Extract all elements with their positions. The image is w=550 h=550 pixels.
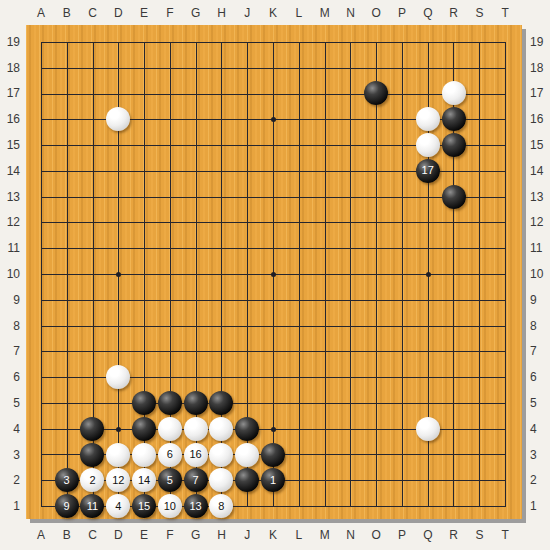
intersection-S2[interactable] (466, 467, 492, 493)
intersection-E16[interactable] (131, 106, 157, 132)
intersection-A10[interactable] (28, 261, 54, 287)
intersection-P3[interactable] (389, 442, 415, 468)
intersection-M19[interactable] (312, 29, 338, 55)
intersection-N5[interactable] (337, 390, 363, 416)
intersection-E17[interactable] (131, 81, 157, 107)
intersection-M15[interactable] (312, 132, 338, 158)
intersection-E15[interactable] (131, 132, 157, 158)
intersection-H18[interactable] (209, 55, 235, 81)
intersection-H13[interactable] (209, 184, 235, 210)
intersection-K19[interactable] (260, 29, 286, 55)
intersection-F15[interactable] (157, 132, 183, 158)
intersection-K4[interactable] (260, 416, 286, 442)
intersection-D13[interactable] (105, 184, 131, 210)
intersection-L14[interactable] (286, 158, 312, 184)
intersection-G13[interactable] (183, 184, 209, 210)
intersection-Q12[interactable] (415, 210, 441, 236)
intersection-G10[interactable] (183, 261, 209, 287)
intersection-R19[interactable] (441, 29, 467, 55)
intersection-C15[interactable] (80, 132, 106, 158)
intersection-O19[interactable] (363, 29, 389, 55)
intersection-R14[interactable] (441, 158, 467, 184)
intersection-Q3[interactable] (415, 442, 441, 468)
intersection-L4[interactable] (286, 416, 312, 442)
intersection-P7[interactable] (389, 338, 415, 364)
intersection-A5[interactable] (28, 390, 54, 416)
intersection-F18[interactable] (157, 55, 183, 81)
intersection-L7[interactable] (286, 338, 312, 364)
intersection-J19[interactable] (234, 29, 260, 55)
intersection-N14[interactable] (337, 158, 363, 184)
intersection-J15[interactable] (234, 132, 260, 158)
intersection-L5[interactable] (286, 390, 312, 416)
intersection-P5[interactable] (389, 390, 415, 416)
intersection-J12[interactable] (234, 210, 260, 236)
intersection-R13[interactable] (441, 184, 467, 210)
intersection-B5[interactable] (54, 390, 80, 416)
intersection-N17[interactable] (337, 81, 363, 107)
intersection-T14[interactable] (492, 158, 518, 184)
intersection-R3[interactable] (441, 442, 467, 468)
intersection-J11[interactable] (234, 235, 260, 261)
intersection-R12[interactable] (441, 210, 467, 236)
intersection-S19[interactable] (466, 29, 492, 55)
intersection-A17[interactable] (28, 81, 54, 107)
intersection-G6[interactable] (183, 364, 209, 390)
intersection-K17[interactable] (260, 81, 286, 107)
intersection-H8[interactable] (209, 313, 235, 339)
intersection-R17[interactable] (441, 81, 467, 107)
intersection-S17[interactable] (466, 81, 492, 107)
intersection-T18[interactable] (492, 55, 518, 81)
intersection-G4[interactable] (183, 416, 209, 442)
intersection-J16[interactable] (234, 106, 260, 132)
intersection-B8[interactable] (54, 313, 80, 339)
intersection-F19[interactable] (157, 29, 183, 55)
intersection-P16[interactable] (389, 106, 415, 132)
intersection-D16[interactable] (105, 106, 131, 132)
intersection-T2[interactable] (492, 467, 518, 493)
intersection-J3[interactable] (234, 442, 260, 468)
intersection-R18[interactable] (441, 55, 467, 81)
intersection-L16[interactable] (286, 106, 312, 132)
intersection-R15[interactable] (441, 132, 467, 158)
intersection-B18[interactable] (54, 55, 80, 81)
intersection-B2[interactable]: 3 (54, 467, 80, 493)
intersection-D3[interactable] (105, 442, 131, 468)
intersection-E4[interactable] (131, 416, 157, 442)
intersection-E8[interactable] (131, 313, 157, 339)
intersection-A4[interactable] (28, 416, 54, 442)
intersection-G17[interactable] (183, 81, 209, 107)
intersection-C16[interactable] (80, 106, 106, 132)
intersection-K18[interactable] (260, 55, 286, 81)
intersection-N11[interactable] (337, 235, 363, 261)
intersection-C13[interactable] (80, 184, 106, 210)
intersection-S4[interactable] (466, 416, 492, 442)
intersection-O10[interactable] (363, 261, 389, 287)
intersection-T10[interactable] (492, 261, 518, 287)
intersection-D8[interactable] (105, 313, 131, 339)
intersection-H17[interactable] (209, 81, 235, 107)
intersection-T6[interactable] (492, 364, 518, 390)
intersection-J17[interactable] (234, 81, 260, 107)
intersection-P15[interactable] (389, 132, 415, 158)
intersection-J5[interactable] (234, 390, 260, 416)
intersection-T7[interactable] (492, 338, 518, 364)
intersection-A12[interactable] (28, 210, 54, 236)
intersection-B9[interactable] (54, 287, 80, 313)
intersection-B16[interactable] (54, 106, 80, 132)
intersection-O9[interactable] (363, 287, 389, 313)
intersection-P10[interactable] (389, 261, 415, 287)
intersection-B15[interactable] (54, 132, 80, 158)
intersection-H15[interactable] (209, 132, 235, 158)
intersection-R8[interactable] (441, 313, 467, 339)
intersection-K13[interactable] (260, 184, 286, 210)
intersection-K12[interactable] (260, 210, 286, 236)
intersection-D10[interactable] (105, 261, 131, 287)
intersection-J6[interactable] (234, 364, 260, 390)
intersection-J9[interactable] (234, 287, 260, 313)
intersection-E11[interactable] (131, 235, 157, 261)
intersection-T4[interactable] (492, 416, 518, 442)
intersection-R2[interactable] (441, 467, 467, 493)
intersection-A9[interactable] (28, 287, 54, 313)
intersection-J4[interactable] (234, 416, 260, 442)
intersection-P18[interactable] (389, 55, 415, 81)
intersection-B17[interactable] (54, 81, 80, 107)
intersection-P6[interactable] (389, 364, 415, 390)
intersection-A1[interactable] (28, 493, 54, 519)
intersection-L10[interactable] (286, 261, 312, 287)
intersection-M10[interactable] (312, 261, 338, 287)
intersection-G15[interactable] (183, 132, 209, 158)
intersection-J10[interactable] (234, 261, 260, 287)
intersection-Q16[interactable] (415, 106, 441, 132)
intersection-G7[interactable] (183, 338, 209, 364)
intersection-Q13[interactable] (415, 184, 441, 210)
intersection-S13[interactable] (466, 184, 492, 210)
intersection-N19[interactable] (337, 29, 363, 55)
intersection-Q1[interactable] (415, 493, 441, 519)
intersection-A13[interactable] (28, 184, 54, 210)
intersection-N7[interactable] (337, 338, 363, 364)
intersection-L12[interactable] (286, 210, 312, 236)
intersection-S18[interactable] (466, 55, 492, 81)
intersection-G2[interactable]: 7 (183, 467, 209, 493)
intersection-F7[interactable] (157, 338, 183, 364)
intersection-O4[interactable] (363, 416, 389, 442)
intersection-H6[interactable] (209, 364, 235, 390)
intersection-N13[interactable] (337, 184, 363, 210)
intersection-E1[interactable]: 15 (131, 493, 157, 519)
intersection-D4[interactable] (105, 416, 131, 442)
intersection-M5[interactable] (312, 390, 338, 416)
intersection-Q6[interactable] (415, 364, 441, 390)
intersection-R4[interactable] (441, 416, 467, 442)
intersection-L9[interactable] (286, 287, 312, 313)
intersection-A3[interactable] (28, 442, 54, 468)
intersection-H2[interactable] (209, 467, 235, 493)
intersection-S8[interactable] (466, 313, 492, 339)
intersection-S10[interactable] (466, 261, 492, 287)
intersection-P9[interactable] (389, 287, 415, 313)
intersection-J18[interactable] (234, 55, 260, 81)
intersection-G11[interactable] (183, 235, 209, 261)
intersection-N15[interactable] (337, 132, 363, 158)
intersection-S6[interactable] (466, 364, 492, 390)
intersection-F16[interactable] (157, 106, 183, 132)
intersection-K3[interactable] (260, 442, 286, 468)
intersection-D14[interactable] (105, 158, 131, 184)
intersection-A2[interactable] (28, 467, 54, 493)
intersection-A18[interactable] (28, 55, 54, 81)
intersection-G16[interactable] (183, 106, 209, 132)
intersection-F11[interactable] (157, 235, 183, 261)
intersection-C9[interactable] (80, 287, 106, 313)
intersection-T19[interactable] (492, 29, 518, 55)
intersection-R5[interactable] (441, 390, 467, 416)
intersection-A6[interactable] (28, 364, 54, 390)
intersection-N18[interactable] (337, 55, 363, 81)
intersection-O1[interactable] (363, 493, 389, 519)
intersection-O16[interactable] (363, 106, 389, 132)
intersection-C6[interactable] (80, 364, 106, 390)
intersection-M18[interactable] (312, 55, 338, 81)
intersection-K15[interactable] (260, 132, 286, 158)
intersection-G9[interactable] (183, 287, 209, 313)
intersection-J13[interactable] (234, 184, 260, 210)
intersection-R11[interactable] (441, 235, 467, 261)
intersection-F8[interactable] (157, 313, 183, 339)
intersection-C18[interactable] (80, 55, 106, 81)
intersection-T3[interactable] (492, 442, 518, 468)
intersection-N10[interactable] (337, 261, 363, 287)
intersection-Q17[interactable] (415, 81, 441, 107)
intersection-R9[interactable] (441, 287, 467, 313)
intersection-P14[interactable] (389, 158, 415, 184)
intersection-C8[interactable] (80, 313, 106, 339)
intersection-E10[interactable] (131, 261, 157, 287)
intersection-J8[interactable] (234, 313, 260, 339)
intersection-G14[interactable] (183, 158, 209, 184)
intersection-R7[interactable] (441, 338, 467, 364)
intersection-D6[interactable] (105, 364, 131, 390)
intersection-A19[interactable] (28, 29, 54, 55)
intersection-L13[interactable] (286, 184, 312, 210)
intersection-H4[interactable] (209, 416, 235, 442)
intersection-F9[interactable] (157, 287, 183, 313)
intersection-D2[interactable]: 12 (105, 467, 131, 493)
intersection-M2[interactable] (312, 467, 338, 493)
intersection-T9[interactable] (492, 287, 518, 313)
intersection-F14[interactable] (157, 158, 183, 184)
intersection-B6[interactable] (54, 364, 80, 390)
intersection-L1[interactable] (286, 493, 312, 519)
intersection-M3[interactable] (312, 442, 338, 468)
intersection-P17[interactable] (389, 81, 415, 107)
intersection-H9[interactable] (209, 287, 235, 313)
intersection-O5[interactable] (363, 390, 389, 416)
intersection-Q4[interactable] (415, 416, 441, 442)
intersection-F1[interactable]: 10 (157, 493, 183, 519)
intersection-M8[interactable] (312, 313, 338, 339)
intersection-T5[interactable] (492, 390, 518, 416)
intersection-Q8[interactable] (415, 313, 441, 339)
intersection-J14[interactable] (234, 158, 260, 184)
intersection-N4[interactable] (337, 416, 363, 442)
intersection-A16[interactable] (28, 106, 54, 132)
intersection-O18[interactable] (363, 55, 389, 81)
intersection-G18[interactable] (183, 55, 209, 81)
intersection-R16[interactable] (441, 106, 467, 132)
intersection-Q18[interactable] (415, 55, 441, 81)
intersection-H11[interactable] (209, 235, 235, 261)
intersection-O11[interactable] (363, 235, 389, 261)
intersection-G3[interactable]: 16 (183, 442, 209, 468)
intersection-C12[interactable] (80, 210, 106, 236)
intersection-K10[interactable] (260, 261, 286, 287)
intersection-A11[interactable] (28, 235, 54, 261)
intersection-K1[interactable] (260, 493, 286, 519)
intersection-M6[interactable] (312, 364, 338, 390)
intersection-R6[interactable] (441, 364, 467, 390)
intersection-P1[interactable] (389, 493, 415, 519)
intersection-T12[interactable] (492, 210, 518, 236)
intersection-T8[interactable] (492, 313, 518, 339)
intersection-M13[interactable] (312, 184, 338, 210)
intersection-P2[interactable] (389, 467, 415, 493)
intersection-T1[interactable] (492, 493, 518, 519)
intersection-M9[interactable] (312, 287, 338, 313)
intersection-M16[interactable] (312, 106, 338, 132)
intersection-T16[interactable] (492, 106, 518, 132)
intersection-T15[interactable] (492, 132, 518, 158)
intersection-S12[interactable] (466, 210, 492, 236)
intersection-M4[interactable] (312, 416, 338, 442)
intersection-K2[interactable]: 1 (260, 467, 286, 493)
intersection-D18[interactable] (105, 55, 131, 81)
intersection-T13[interactable] (492, 184, 518, 210)
intersection-H14[interactable] (209, 158, 235, 184)
intersection-G19[interactable] (183, 29, 209, 55)
intersection-O3[interactable] (363, 442, 389, 468)
intersection-E5[interactable] (131, 390, 157, 416)
intersection-F17[interactable] (157, 81, 183, 107)
intersection-S14[interactable] (466, 158, 492, 184)
intersection-G5[interactable] (183, 390, 209, 416)
intersection-D5[interactable] (105, 390, 131, 416)
intersection-P11[interactable] (389, 235, 415, 261)
intersection-O12[interactable] (363, 210, 389, 236)
intersection-D11[interactable] (105, 235, 131, 261)
intersection-F12[interactable] (157, 210, 183, 236)
intersection-A7[interactable] (28, 338, 54, 364)
intersection-J2[interactable] (234, 467, 260, 493)
intersection-Q19[interactable] (415, 29, 441, 55)
intersection-G1[interactable]: 13 (183, 493, 209, 519)
intersection-H7[interactable] (209, 338, 235, 364)
intersection-R1[interactable] (441, 493, 467, 519)
intersection-B14[interactable] (54, 158, 80, 184)
intersection-D1[interactable]: 4 (105, 493, 131, 519)
intersection-C17[interactable] (80, 81, 106, 107)
intersection-P19[interactable] (389, 29, 415, 55)
intersection-B3[interactable] (54, 442, 80, 468)
intersection-D15[interactable] (105, 132, 131, 158)
intersection-F6[interactable] (157, 364, 183, 390)
intersection-S9[interactable] (466, 287, 492, 313)
intersection-C1[interactable]: 11 (80, 493, 106, 519)
intersection-B7[interactable] (54, 338, 80, 364)
intersection-B19[interactable] (54, 29, 80, 55)
intersection-D19[interactable] (105, 29, 131, 55)
intersection-C11[interactable] (80, 235, 106, 261)
intersection-S11[interactable] (466, 235, 492, 261)
intersection-E19[interactable] (131, 29, 157, 55)
intersection-K9[interactable] (260, 287, 286, 313)
intersection-Q14[interactable]: 17 (415, 158, 441, 184)
intersection-Q2[interactable] (415, 467, 441, 493)
intersection-F10[interactable] (157, 261, 183, 287)
intersection-E7[interactable] (131, 338, 157, 364)
intersection-N1[interactable] (337, 493, 363, 519)
intersection-R10[interactable] (441, 261, 467, 287)
intersection-L3[interactable] (286, 442, 312, 468)
intersection-O15[interactable] (363, 132, 389, 158)
intersection-P13[interactable] (389, 184, 415, 210)
intersection-C14[interactable] (80, 158, 106, 184)
intersection-H1[interactable]: 8 (209, 493, 235, 519)
intersection-L8[interactable] (286, 313, 312, 339)
intersection-K7[interactable] (260, 338, 286, 364)
intersection-N12[interactable] (337, 210, 363, 236)
intersection-O7[interactable] (363, 338, 389, 364)
intersection-E13[interactable] (131, 184, 157, 210)
intersection-N16[interactable] (337, 106, 363, 132)
intersection-O2[interactable] (363, 467, 389, 493)
intersection-H19[interactable] (209, 29, 235, 55)
intersection-A14[interactable] (28, 158, 54, 184)
intersection-F3[interactable]: 6 (157, 442, 183, 468)
intersection-N9[interactable] (337, 287, 363, 313)
intersection-S5[interactable] (466, 390, 492, 416)
intersection-P4[interactable] (389, 416, 415, 442)
intersection-L2[interactable] (286, 467, 312, 493)
intersection-K8[interactable] (260, 313, 286, 339)
intersection-T17[interactable] (492, 81, 518, 107)
intersection-P8[interactable] (389, 313, 415, 339)
intersection-E18[interactable] (131, 55, 157, 81)
intersection-H10[interactable] (209, 261, 235, 287)
intersection-B4[interactable] (54, 416, 80, 442)
intersection-G12[interactable] (183, 210, 209, 236)
intersection-K16[interactable] (260, 106, 286, 132)
intersection-S1[interactable] (466, 493, 492, 519)
intersection-Q10[interactable] (415, 261, 441, 287)
intersection-N2[interactable] (337, 467, 363, 493)
intersection-E3[interactable] (131, 442, 157, 468)
intersection-M14[interactable] (312, 158, 338, 184)
intersection-A8[interactable] (28, 313, 54, 339)
intersection-J1[interactable] (234, 493, 260, 519)
intersection-L15[interactable] (286, 132, 312, 158)
intersection-K5[interactable] (260, 390, 286, 416)
intersection-B1[interactable]: 9 (54, 493, 80, 519)
intersection-K11[interactable] (260, 235, 286, 261)
intersection-O14[interactable] (363, 158, 389, 184)
